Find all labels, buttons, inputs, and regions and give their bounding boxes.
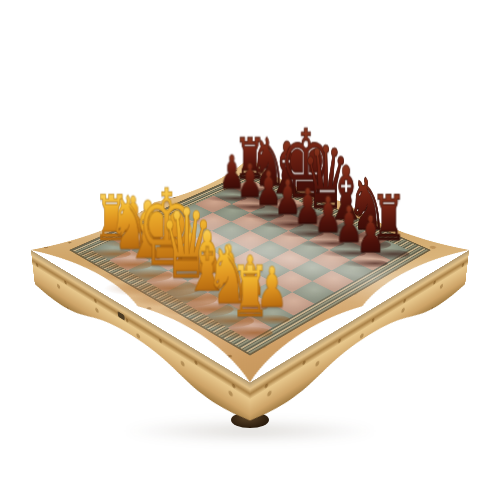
board-top-surface xyxy=(31,157,469,383)
chess-board: ♜♞♝♛♚♝♞♜♟♟♟♟♟♟♟♟♟♟♟♟♟♟♟♟♜♞♝♛♚♝♞♜ xyxy=(31,157,469,383)
drawer-latch xyxy=(118,311,125,321)
chess-set-photo: ♜♞♝♛♚♝♞♜♟♟♟♟♟♟♟♟♟♟♟♟♟♟♟♟♜♞♝♛♚♝♞♜ xyxy=(0,0,500,500)
